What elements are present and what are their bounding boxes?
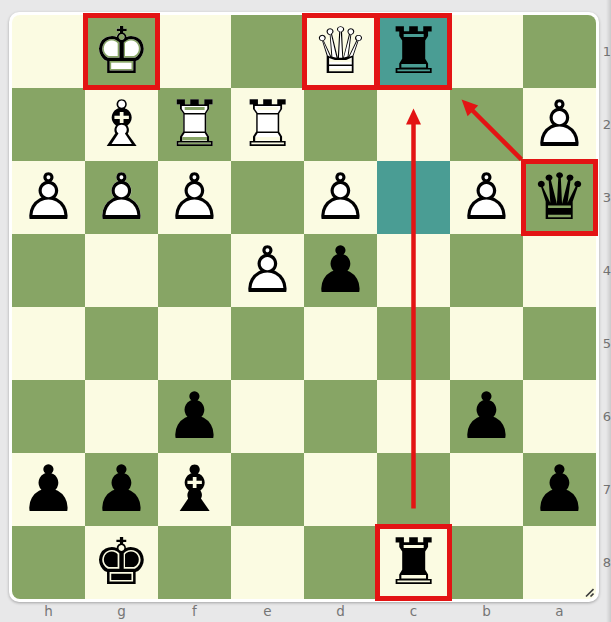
square-f8[interactable] xyxy=(158,526,231,599)
square-d3[interactable]: ♙ xyxy=(304,161,377,234)
square-c3[interactable] xyxy=(377,161,450,234)
square-h4[interactable] xyxy=(12,234,85,307)
board-resize-handle-icon[interactable] xyxy=(580,583,594,597)
board-grid: ♔♕♜♗♖♖♙♙♙♙♙♙♛♙♟♟♟♟♟♝♟♚♜ xyxy=(12,15,596,599)
square-d7[interactable] xyxy=(304,453,377,526)
square-b2[interactable] xyxy=(450,88,523,161)
file-label-d: d xyxy=(304,603,377,620)
black-rook[interactable]: ♜ xyxy=(377,526,450,599)
square-e8[interactable] xyxy=(231,526,304,599)
square-d6[interactable] xyxy=(304,380,377,453)
black-pawn[interactable]: ♟ xyxy=(85,453,158,526)
square-e2[interactable]: ♖ xyxy=(231,88,304,161)
square-d8[interactable] xyxy=(304,526,377,599)
white-queen[interactable]: ♕ xyxy=(304,15,377,88)
black-pawn[interactable]: ♟ xyxy=(12,453,85,526)
white-king[interactable]: ♔ xyxy=(85,15,158,88)
square-g5[interactable] xyxy=(85,307,158,380)
square-c8[interactable]: ♜ xyxy=(377,526,450,599)
square-g4[interactable] xyxy=(85,234,158,307)
window-edge-shadow xyxy=(606,0,611,622)
square-g2[interactable]: ♗ xyxy=(85,88,158,161)
square-g1[interactable]: ♔ xyxy=(85,15,158,88)
square-f7[interactable]: ♝ xyxy=(158,453,231,526)
square-b8[interactable] xyxy=(450,526,523,599)
black-pawn[interactable]: ♟ xyxy=(158,380,231,453)
square-b1[interactable] xyxy=(450,15,523,88)
square-f4[interactable] xyxy=(158,234,231,307)
square-c7[interactable] xyxy=(377,453,450,526)
square-b5[interactable] xyxy=(450,307,523,380)
white-pawn[interactable]: ♙ xyxy=(523,88,596,161)
square-h1[interactable] xyxy=(12,15,85,88)
white-bishop[interactable]: ♗ xyxy=(85,88,158,161)
file-label-a: a xyxy=(523,603,596,620)
square-c4[interactable] xyxy=(377,234,450,307)
square-d4[interactable]: ♟ xyxy=(304,234,377,307)
square-b7[interactable] xyxy=(450,453,523,526)
file-label-f: f xyxy=(158,603,231,620)
square-b3[interactable]: ♙ xyxy=(450,161,523,234)
black-rook[interactable]: ♜ xyxy=(377,15,450,88)
square-c1[interactable]: ♜ xyxy=(377,15,450,88)
square-d2[interactable] xyxy=(304,88,377,161)
square-a4[interactable] xyxy=(523,234,596,307)
square-h3[interactable]: ♙ xyxy=(12,161,85,234)
square-e1[interactable] xyxy=(231,15,304,88)
white-pawn[interactable]: ♙ xyxy=(12,161,85,234)
square-e3[interactable] xyxy=(231,161,304,234)
square-b4[interactable] xyxy=(450,234,523,307)
board-grid-clip: ♔♕♜♗♖♖♙♙♙♙♙♙♛♙♟♟♟♟♟♝♟♚♜ xyxy=(12,15,596,599)
square-a3[interactable]: ♛ xyxy=(523,161,596,234)
black-pawn[interactable]: ♟ xyxy=(523,453,596,526)
square-f5[interactable] xyxy=(158,307,231,380)
black-bishop[interactable]: ♝ xyxy=(158,453,231,526)
square-c5[interactable] xyxy=(377,307,450,380)
square-h5[interactable] xyxy=(12,307,85,380)
square-h6[interactable] xyxy=(12,380,85,453)
square-c2[interactable] xyxy=(377,88,450,161)
square-d5[interactable] xyxy=(304,307,377,380)
square-g6[interactable] xyxy=(85,380,158,453)
square-a7[interactable]: ♟ xyxy=(523,453,596,526)
square-a1[interactable] xyxy=(523,15,596,88)
square-a5[interactable] xyxy=(523,307,596,380)
black-king[interactable]: ♚ xyxy=(85,526,158,599)
white-pawn[interactable]: ♙ xyxy=(450,161,523,234)
square-e5[interactable] xyxy=(231,307,304,380)
square-e4[interactable]: ♙ xyxy=(231,234,304,307)
square-h7[interactable]: ♟ xyxy=(12,453,85,526)
square-a2[interactable]: ♙ xyxy=(523,88,596,161)
white-pawn[interactable]: ♙ xyxy=(158,161,231,234)
square-e7[interactable] xyxy=(231,453,304,526)
file-label-b: b xyxy=(450,603,523,620)
square-a6[interactable] xyxy=(523,380,596,453)
square-g7[interactable]: ♟ xyxy=(85,453,158,526)
square-d1[interactable]: ♕ xyxy=(304,15,377,88)
square-f1[interactable] xyxy=(158,15,231,88)
file-label-c: c xyxy=(377,603,450,620)
white-rook[interactable]: ♖ xyxy=(231,88,304,161)
square-g8[interactable]: ♚ xyxy=(85,526,158,599)
white-pawn[interactable]: ♙ xyxy=(85,161,158,234)
black-pawn[interactable]: ♟ xyxy=(450,380,523,453)
black-pawn[interactable]: ♟ xyxy=(304,234,377,307)
square-g3[interactable]: ♙ xyxy=(85,161,158,234)
white-rook[interactable]: ♖ xyxy=(158,88,231,161)
file-label-g: g xyxy=(85,603,158,620)
square-h2[interactable] xyxy=(12,88,85,161)
file-coordinates: hgfedcba xyxy=(12,603,596,620)
chess-board: ♔♕♜♗♖♖♙♙♙♙♙♙♛♙♟♟♟♟♟♝♟♚♜ xyxy=(9,12,599,602)
file-label-e: e xyxy=(231,603,304,620)
square-f2[interactable]: ♖ xyxy=(158,88,231,161)
square-b6[interactable]: ♟ xyxy=(450,380,523,453)
square-c6[interactable] xyxy=(377,380,450,453)
square-h8[interactable] xyxy=(12,526,85,599)
square-e6[interactable] xyxy=(231,380,304,453)
white-pawn[interactable]: ♙ xyxy=(304,161,377,234)
square-f3[interactable]: ♙ xyxy=(158,161,231,234)
white-pawn[interactable]: ♙ xyxy=(231,234,304,307)
square-f6[interactable]: ♟ xyxy=(158,380,231,453)
black-queen[interactable]: ♛ xyxy=(523,161,596,234)
file-label-h: h xyxy=(12,603,85,620)
